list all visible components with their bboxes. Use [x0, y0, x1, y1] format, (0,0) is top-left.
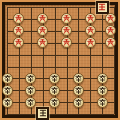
- piece-black-soldier[interactable]: [25, 85, 36, 96]
- piece-black-soldier[interactable]: [73, 97, 84, 108]
- piece-character-glyph: [27, 75, 34, 82]
- piece-character-glyph: [15, 15, 22, 22]
- piece-character-glyph: [51, 87, 58, 94]
- piece-character-glyph: [4, 75, 11, 82]
- piece-character-glyph: [27, 87, 34, 94]
- piece-black-soldier[interactable]: [2, 85, 13, 96]
- piece-black-soldier[interactable]: [49, 73, 60, 84]
- piece-black-soldier[interactable]: [73, 85, 84, 96]
- piece-character-glyph: [39, 15, 46, 22]
- piece-character-glyph: [63, 39, 70, 46]
- piece-black-soldier[interactable]: [97, 97, 108, 108]
- piece-character-glyph: [87, 15, 94, 22]
- piece-red-soldier[interactable]: [13, 13, 24, 24]
- piece-red-soldier[interactable]: [85, 37, 96, 48]
- piece-character-glyph: [27, 99, 34, 106]
- grid-line-horizontal: [7, 55, 114, 56]
- piece-character-glyph: [51, 99, 58, 106]
- piece-black-soldier[interactable]: [25, 97, 36, 108]
- piece-red-soldier[interactable]: [13, 37, 24, 48]
- piece-black-soldier[interactable]: [2, 97, 13, 108]
- piece-character-glyph: [15, 27, 22, 34]
- grid-line-horizontal: [7, 67, 114, 68]
- piece-black-king[interactable]: [36, 107, 49, 120]
- piece-character-glyph: [98, 3, 106, 11]
- piece-character-glyph: [107, 15, 114, 22]
- piece-red-soldier[interactable]: [61, 13, 72, 24]
- piece-character-glyph: [75, 75, 82, 82]
- piece-character-glyph: [15, 39, 22, 46]
- piece-red-king[interactable]: [96, 1, 109, 14]
- piece-red-soldier[interactable]: [13, 25, 24, 36]
- piece-black-soldier[interactable]: [49, 85, 60, 96]
- piece-character-glyph: [51, 75, 58, 82]
- piece-black-soldier[interactable]: [97, 85, 108, 96]
- piece-character-glyph: [63, 27, 70, 34]
- game-board[interactable]: [0, 0, 120, 120]
- piece-character-glyph: [107, 39, 114, 46]
- piece-red-soldier[interactable]: [37, 25, 48, 36]
- piece-character-glyph: [4, 87, 11, 94]
- piece-character-glyph: [99, 87, 106, 94]
- piece-red-soldier[interactable]: [37, 13, 48, 24]
- grid-line-horizontal: [7, 114, 114, 115]
- piece-character-glyph: [87, 27, 94, 34]
- piece-black-soldier[interactable]: [49, 97, 60, 108]
- piece-red-soldier[interactable]: [85, 25, 96, 36]
- piece-red-soldier[interactable]: [85, 13, 96, 24]
- piece-black-soldier[interactable]: [73, 73, 84, 84]
- piece-character-glyph: [63, 15, 70, 22]
- piece-character-glyph: [99, 75, 106, 82]
- piece-character-glyph: [87, 39, 94, 46]
- piece-character-glyph: [39, 27, 46, 34]
- piece-black-soldier[interactable]: [2, 73, 13, 84]
- piece-red-soldier[interactable]: [37, 37, 48, 48]
- piece-character-glyph: [99, 99, 106, 106]
- piece-character-glyph: [39, 109, 47, 117]
- piece-black-soldier[interactable]: [97, 73, 108, 84]
- piece-character-glyph: [75, 87, 82, 94]
- piece-red-soldier[interactable]: [61, 37, 72, 48]
- piece-character-glyph: [75, 99, 82, 106]
- piece-black-soldier[interactable]: [25, 73, 36, 84]
- piece-red-soldier[interactable]: [61, 25, 72, 36]
- piece-character-glyph: [4, 99, 11, 106]
- piece-character-glyph: [39, 39, 46, 46]
- game-screen: [0, 0, 120, 120]
- piece-character-glyph: [107, 27, 114, 34]
- grid-line-vertical: [114, 7, 115, 114]
